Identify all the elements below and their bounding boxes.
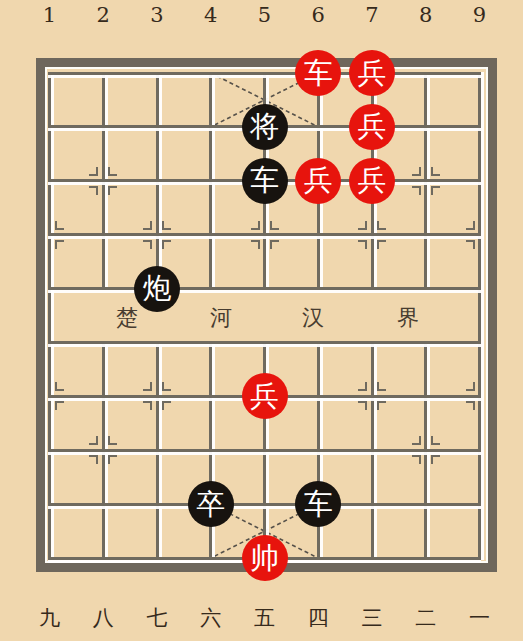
grid-line-rank-5: [48, 287, 481, 290]
position-marker: [55, 382, 64, 391]
position-marker: [55, 401, 64, 410]
position-marker: [89, 167, 98, 176]
position-marker: [377, 221, 386, 230]
position-marker: [466, 382, 475, 391]
position-marker: [358, 401, 367, 410]
position-marker: [431, 455, 440, 464]
position-marker: [377, 240, 386, 249]
top-file-label-5: 5: [250, 3, 280, 27]
position-marker: [162, 382, 171, 391]
grid-line-rank-1: [48, 72, 481, 75]
grid-line-rank-9: [48, 503, 481, 506]
grid-line-rank-6: [48, 341, 481, 344]
position-marker: [412, 436, 421, 445]
position-marker: [412, 167, 421, 176]
position-marker: [108, 167, 117, 176]
top-file-label-6: 6: [303, 3, 333, 27]
position-marker: [412, 455, 421, 464]
position-marker: [251, 240, 260, 249]
piece-black-chariot-f5r3[interactable]: 车: [242, 158, 288, 204]
position-marker: [466, 401, 475, 410]
grid-line-file-9: [478, 72, 481, 560]
position-marker: [55, 240, 64, 249]
position-marker: [162, 401, 171, 410]
xiangqi-board: 123456789九八七六五四三二一楚河汉界车兵将兵车兵兵炮兵卒车帅: [0, 0, 523, 641]
piece-red-chariot-f6r1[interactable]: 车: [295, 50, 341, 96]
bottom-file-label-1: 九: [35, 604, 65, 632]
position-marker: [358, 221, 367, 230]
position-marker: [108, 455, 117, 464]
bottom-file-label-6: 四: [303, 604, 333, 632]
bottom-file-label-5: 五: [250, 604, 280, 632]
position-marker: [431, 186, 440, 195]
top-file-label-1: 1: [35, 3, 65, 27]
position-marker: [89, 455, 98, 464]
position-marker: [412, 186, 421, 195]
river-label-1: 楚: [112, 303, 142, 333]
piece-red-soldier-f5r7[interactable]: 兵: [242, 373, 288, 419]
position-marker: [108, 186, 117, 195]
top-file-label-4: 4: [196, 3, 226, 27]
bottom-file-label-7: 三: [357, 604, 387, 632]
top-file-label-3: 3: [142, 3, 172, 27]
bottom-file-label-4: 六: [196, 604, 226, 632]
piece-red-general-f5r10[interactable]: 帅: [242, 535, 288, 581]
bottom-file-label-3: 七: [142, 604, 172, 632]
position-marker: [108, 436, 117, 445]
position-marker: [162, 240, 171, 249]
position-marker: [55, 221, 64, 230]
top-file-label-7: 7: [357, 3, 387, 27]
position-marker: [431, 436, 440, 445]
position-marker: [89, 436, 98, 445]
position-marker: [251, 221, 260, 230]
piece-black-soldier-f4r9[interactable]: 卒: [188, 481, 234, 527]
bottom-file-label-8: 二: [411, 604, 441, 632]
position-marker: [377, 401, 386, 410]
position-marker: [162, 221, 171, 230]
top-file-label-8: 8: [411, 3, 441, 27]
position-marker: [431, 167, 440, 176]
position-marker: [270, 221, 279, 230]
position-marker: [143, 382, 152, 391]
top-file-label-2: 2: [88, 3, 118, 27]
river-label-3: 汉: [298, 303, 328, 333]
position-marker: [358, 382, 367, 391]
position-marker: [377, 382, 386, 391]
bottom-file-label-2: 八: [88, 604, 118, 632]
river-label-4: 界: [393, 303, 423, 333]
piece-red-soldier-f7r1[interactable]: 兵: [349, 50, 395, 96]
river-label-2: 河: [206, 303, 236, 333]
position-marker: [466, 221, 475, 230]
grid-line-file-1: [48, 72, 51, 560]
grid-line-rank-8: [48, 449, 481, 452]
position-marker: [143, 221, 152, 230]
piece-black-cannon-f3r5[interactable]: 炮: [134, 266, 180, 312]
top-file-label-9: 9: [465, 3, 495, 27]
grid-line-rank-4: [48, 233, 481, 236]
bottom-file-label-9: 一: [465, 604, 495, 632]
piece-red-soldier-f7r2[interactable]: 兵: [349, 104, 395, 150]
position-marker: [358, 240, 367, 249]
piece-red-soldier-f6r3[interactable]: 兵: [295, 158, 341, 204]
position-marker: [270, 240, 279, 249]
piece-black-general-f5r2[interactable]: 将: [242, 104, 288, 150]
piece-red-soldier-f7r3[interactable]: 兵: [349, 158, 395, 204]
position-marker: [89, 186, 98, 195]
position-marker: [143, 401, 152, 410]
position-marker: [466, 240, 475, 249]
position-marker: [143, 240, 152, 249]
